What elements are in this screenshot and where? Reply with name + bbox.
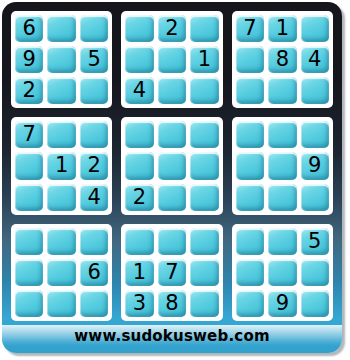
sudoku-board-frame: 695221471847124296173859 www.sudokusweb.… (2, 2, 342, 353)
cell-r7c2[interactable] (47, 228, 75, 255)
cell-r3c5[interactable] (158, 77, 186, 104)
cell-r7c5[interactable] (158, 228, 186, 255)
cell-r9c1[interactable] (15, 290, 43, 317)
cell-r7c3[interactable] (80, 228, 108, 255)
box-2-1: 7124 (11, 117, 112, 214)
cell-r8c9[interactable] (301, 259, 329, 286)
cell-r1c4[interactable] (125, 15, 153, 42)
cell-r5c6[interactable] (190, 152, 218, 179)
cell-r5c9: 9 (301, 152, 329, 179)
box-3-3: 59 (232, 224, 333, 321)
cell-r3c1: 2 (15, 77, 43, 104)
cell-r8c7[interactable] (236, 259, 264, 286)
box-1-3: 7184 (232, 11, 333, 108)
cell-r9c4: 3 (125, 290, 153, 317)
cell-r1c1: 6 (15, 15, 43, 42)
cell-r1c5: 2 (158, 15, 186, 42)
cell-r3c6[interactable] (190, 77, 218, 104)
cell-r4c1: 7 (15, 121, 43, 148)
cell-r9c9[interactable] (301, 290, 329, 317)
box-1-1: 6952 (11, 11, 112, 108)
cell-r8c1[interactable] (15, 259, 43, 286)
cell-r4c3[interactable] (80, 121, 108, 148)
cell-r5c4[interactable] (125, 152, 153, 179)
cell-r8c3: 6 (80, 259, 108, 286)
cell-r3c9[interactable] (301, 77, 329, 104)
cell-r5c5[interactable] (158, 152, 186, 179)
cell-r8c2[interactable] (47, 259, 75, 286)
cell-r6c1[interactable] (15, 184, 43, 211)
cell-r1c8: 1 (268, 15, 296, 42)
cell-r7c1[interactable] (15, 228, 43, 255)
cell-r2c8: 8 (268, 46, 296, 73)
cell-r2c7[interactable] (236, 46, 264, 73)
cell-r6c7[interactable] (236, 184, 264, 211)
cell-r3c3[interactable] (80, 77, 108, 104)
cell-r1c7: 7 (236, 15, 264, 42)
cell-r1c2[interactable] (47, 15, 75, 42)
cell-r5c8[interactable] (268, 152, 296, 179)
sudoku-board: 695221471847124296173859 (11, 11, 333, 321)
cell-r3c4: 4 (125, 77, 153, 104)
cell-r6c8[interactable] (268, 184, 296, 211)
sudoku-page: 695221471847124296173859 www.sudokusweb.… (0, 0, 350, 360)
cell-r7c7[interactable] (236, 228, 264, 255)
cell-r6c2[interactable] (47, 184, 75, 211)
cell-r7c6[interactable] (190, 228, 218, 255)
cell-r6c9[interactable] (301, 184, 329, 211)
cell-r2c4[interactable] (125, 46, 153, 73)
cell-r6c4: 2 (125, 184, 153, 211)
footer-bar: www.sudokusweb.com (2, 325, 342, 346)
cell-r9c8: 9 (268, 290, 296, 317)
cell-r8c8[interactable] (268, 259, 296, 286)
cell-r9c7[interactable] (236, 290, 264, 317)
cell-r6c3: 4 (80, 184, 108, 211)
cell-r9c6[interactable] (190, 290, 218, 317)
cell-r4c8[interactable] (268, 121, 296, 148)
cell-r2c5[interactable] (158, 46, 186, 73)
cell-r5c1[interactable] (15, 152, 43, 179)
cell-r4c7[interactable] (236, 121, 264, 148)
cell-r6c5[interactable] (158, 184, 186, 211)
cell-r4c6[interactable] (190, 121, 218, 148)
website-link[interactable]: www.sudokusweb.com (74, 327, 269, 345)
frame-bottom-edge (2, 346, 342, 353)
cell-r9c3[interactable] (80, 290, 108, 317)
cell-r2c9: 4 (301, 46, 329, 73)
cell-r1c9[interactable] (301, 15, 329, 42)
cell-r2c6: 1 (190, 46, 218, 73)
cell-r4c5[interactable] (158, 121, 186, 148)
cell-r9c2[interactable] (47, 290, 75, 317)
cell-r9c5: 8 (158, 290, 186, 317)
box-2-3: 9 (232, 117, 333, 214)
cell-r2c2[interactable] (47, 46, 75, 73)
cell-r4c9[interactable] (301, 121, 329, 148)
cell-r3c8[interactable] (268, 77, 296, 104)
box-3-2: 1738 (121, 224, 222, 321)
cell-r8c4: 1 (125, 259, 153, 286)
cell-r4c4[interactable] (125, 121, 153, 148)
cell-r3c7[interactable] (236, 77, 264, 104)
cell-r5c3: 2 (80, 152, 108, 179)
cell-r7c8[interactable] (268, 228, 296, 255)
cell-r5c7[interactable] (236, 152, 264, 179)
cell-r8c5: 7 (158, 259, 186, 286)
box-3-1: 6 (11, 224, 112, 321)
cell-r4c2[interactable] (47, 121, 75, 148)
cell-r1c3[interactable] (80, 15, 108, 42)
cell-r2c3: 5 (80, 46, 108, 73)
box-2-2: 2 (121, 117, 222, 214)
cell-r8c6[interactable] (190, 259, 218, 286)
cell-r6c6[interactable] (190, 184, 218, 211)
cell-r5c2: 1 (47, 152, 75, 179)
cell-r7c4[interactable] (125, 228, 153, 255)
cell-r7c9: 5 (301, 228, 329, 255)
cell-r1c6[interactable] (190, 15, 218, 42)
cell-r2c1: 9 (15, 46, 43, 73)
box-1-2: 214 (121, 11, 222, 108)
cell-r3c2[interactable] (47, 77, 75, 104)
